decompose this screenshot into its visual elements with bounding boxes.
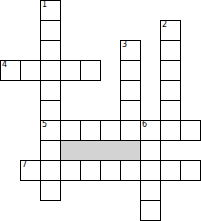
cell-r8c2[interactable]: [40, 160, 61, 181]
cell-r3c8[interactable]: [160, 60, 181, 81]
cell-r8c5[interactable]: [100, 160, 121, 181]
clue-number-4: 4: [2, 61, 7, 69]
cell-r8c4[interactable]: [80, 160, 101, 181]
cell-r8c3[interactable]: [60, 160, 81, 181]
cell-r8c8[interactable]: [160, 160, 181, 181]
cell-r0c2[interactable]: 1: [40, 0, 61, 21]
cell-r9c2[interactable]: [40, 180, 61, 201]
clue-number-2: 2: [162, 21, 167, 29]
cell-r6c3[interactable]: [60, 120, 81, 141]
clue-number-3: 3: [122, 41, 127, 49]
cell-r8c6[interactable]: [120, 160, 141, 181]
cell-r8c9[interactable]: [180, 160, 201, 181]
cell-r3c2[interactable]: [40, 60, 61, 81]
cell-r7c2[interactable]: [40, 140, 61, 161]
cell-r9c7[interactable]: [140, 180, 161, 201]
highlighted-slot-r7c3[interactable]: [60, 140, 141, 161]
cell-r1c2[interactable]: [40, 20, 61, 41]
cell-r6c6[interactable]: [120, 120, 141, 141]
clue-number-7: 7: [22, 161, 27, 169]
cell-r2c8[interactable]: [160, 40, 181, 61]
cell-r5c8[interactable]: [160, 100, 181, 121]
cell-r2c2[interactable]: [40, 40, 61, 61]
cell-r6c4[interactable]: [80, 120, 101, 141]
cell-r6c7[interactable]: 6: [140, 120, 161, 141]
cell-r6c2[interactable]: 5: [40, 120, 61, 141]
cell-r3c1[interactable]: [20, 60, 41, 81]
cell-r8c1[interactable]: 7: [20, 160, 41, 181]
cell-r1c8[interactable]: 2: [160, 20, 181, 41]
cell-r2c6[interactable]: 3: [120, 40, 141, 61]
cell-r7c7[interactable]: [140, 140, 161, 161]
cell-r8c7[interactable]: [140, 160, 161, 181]
cell-r4c2[interactable]: [40, 80, 61, 101]
clue-number-6: 6: [142, 121, 147, 129]
cell-r3c4[interactable]: [80, 60, 101, 81]
cell-r6c5[interactable]: [100, 120, 121, 141]
clue-number-5: 5: [42, 121, 47, 129]
cell-r3c0[interactable]: 4: [0, 60, 21, 81]
cell-r4c8[interactable]: [160, 80, 181, 101]
clue-number-1: 1: [42, 1, 47, 9]
cell-r6c8[interactable]: [160, 120, 181, 141]
cell-r10c7[interactable]: [140, 200, 161, 221]
cell-r6c9[interactable]: [180, 120, 201, 141]
cell-r5c6[interactable]: [120, 100, 141, 121]
cell-r3c6[interactable]: [120, 60, 141, 81]
cell-r4c6[interactable]: [120, 80, 141, 101]
crossword-grid: 1234567: [0, 0, 201, 221]
cell-r3c3[interactable]: [60, 60, 81, 81]
cell-r5c2[interactable]: [40, 100, 61, 121]
